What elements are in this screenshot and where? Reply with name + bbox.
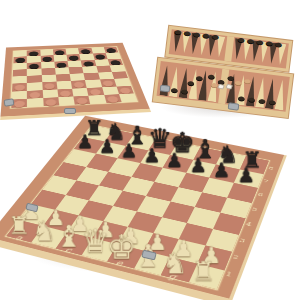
backgammon-piece-dark: ● [192,31,201,37]
chess-piece-black-pawn: ♟ [95,137,119,156]
chess-board: ♜♞♝♛♚♝♞♜♟♟♟♟♟♟♟♟♟♟♟♟♟♟♟♟♜♞♝♛♚♝♞♜ abcdefg… [0,116,287,300]
checkers-piece-light: ● [75,96,89,105]
backgammon-piece-light: ● [234,80,243,86]
backgammon-piece-dark: ● [256,39,265,45]
backgammon-piece-dark: ● [187,80,196,86]
backgammon-piece-dark: ● [195,75,204,81]
checkers-square [119,93,137,102]
chess-piece-black-pawn: ♟ [233,165,258,185]
backgammon-piece-dark: ● [207,73,216,79]
chess-piece-black-pawn: ♟ [117,141,141,160]
hinge-icon [160,84,171,92]
backgammon-piece-dark: ● [248,97,257,103]
backgammon-piece-dark: ● [180,88,189,94]
checkers-piece-light: ● [44,97,57,106]
backgammon-piece-dark: ● [202,32,211,38]
checkers-square [27,98,43,107]
chess-piece-white-bishop: ♝ [55,222,83,252]
backgammon-piece-dark: ● [274,41,283,47]
checkers-piece-light: ● [105,94,120,103]
chess-piece-black-pawn: ♟ [139,146,163,165]
backgammon-piece-dark: ● [237,37,246,43]
checkers-grid: ●●●●●●●●●●●●●●●●●●●●●●●● [11,47,137,108]
chess-piece-white-rook: ♜ [188,258,217,284]
chess-piece-black-pawn: ♟ [73,132,97,150]
backgammon-piece-dark: ● [183,30,192,36]
backgammon-piece-dark: ● [237,95,246,101]
chess-square [89,185,122,205]
chess-piece-white-queen: ♛ [80,226,108,258]
chess-piece-black-pawn: ♟ [162,151,186,170]
checkers-square: ● [73,96,90,105]
backgammon-piece-light: ● [243,78,252,84]
chess-piece-white-rook: ♜ [5,214,32,239]
backgammon-piece-dark: ● [265,40,274,46]
backgammon-piece-dark: ● [174,29,183,35]
chess-piece-black-pawn: ♟ [185,155,210,174]
backgammon-bar [224,36,234,62]
backgammon-piece-dark: ● [211,34,220,40]
chess-frame: ♜♞♝♛♚♝♞♜♟♟♟♟♟♟♟♟♟♟♟♟♟♟♟♟♜♞♝♛♚♝♞♜ abcdefg… [0,116,287,300]
checkers-square [58,96,75,105]
chess-piece-white-knight: ♞ [30,218,58,245]
checkers-square: ● [43,97,59,106]
backgammon-piece-dark: ● [170,87,179,93]
backgammon-board: ●●●●●●●●●● ●●●●●●●●●●●●●●● [153,25,297,118]
latch-icon [4,98,15,106]
product-photo-stage: ●●●●●●●●●●●●●●●●●●●●●●●● ●●●●●●●●●● ●●●●… [0,0,300,300]
backgammon-piece-dark: ● [258,98,267,104]
backgammon-piece-dark: ● [268,99,277,105]
latch-icon [64,108,76,114]
chess-piece-white-king: ♚ [107,231,135,264]
latch-icon [228,102,240,110]
backgammon-piece-dark: ● [246,38,255,44]
chess-piece-black-pawn: ♟ [209,160,234,179]
checkers-piece-light: ● [13,99,26,108]
chess-piece-white-knight: ♞ [160,249,189,277]
backgammon-point [275,77,288,111]
